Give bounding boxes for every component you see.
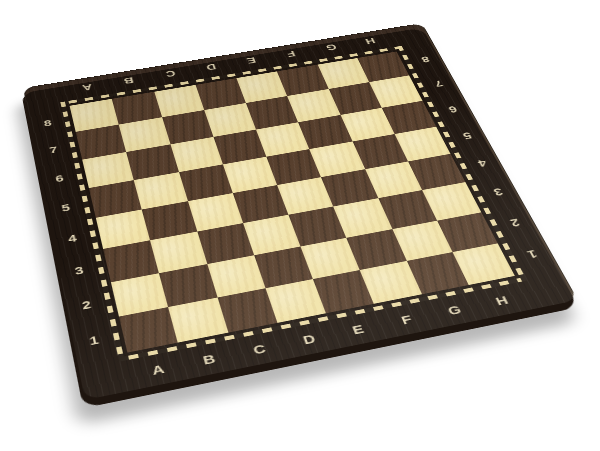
photo-background: ABCDEFGH ABCDEFGH 87654321 87654321	[0, 0, 600, 451]
rank-label-1: 1	[72, 318, 116, 362]
chess-board: ABCDEFGH ABCDEFGH 87654321 87654321	[23, 23, 578, 400]
square-a1[interactable]	[119, 307, 178, 353]
